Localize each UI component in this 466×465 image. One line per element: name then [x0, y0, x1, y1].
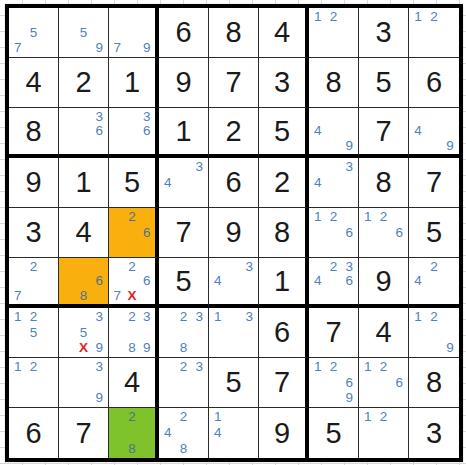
- empty-pencil-slot: [125, 225, 140, 241]
- empty-pencil-slot: [442, 40, 458, 56]
- cell-r8c6[interactable]: 7: [259, 358, 309, 408]
- cell-r2c8[interactable]: 5: [359, 58, 409, 108]
- pencil-mark-3: 3: [91, 309, 107, 325]
- cell-r7c4[interactable]: 238: [159, 308, 209, 358]
- empty-pencil-slot: [76, 109, 92, 124]
- empty-pencil-slot: [360, 375, 376, 391]
- cell-r6c7[interactable]: 2346: [309, 258, 359, 308]
- pencil-mark-1: 1: [310, 209, 326, 225]
- cell-r6c9[interactable]: 24: [409, 258, 459, 308]
- cell-value: 8: [426, 368, 442, 397]
- cell-r7c8[interactable]: 4: [359, 308, 409, 358]
- x-mark: X: [76, 340, 92, 356]
- cell-value: 8: [225, 18, 241, 47]
- pencil-mark-2: 2: [125, 259, 140, 274]
- pencil-mark-7: 7: [10, 288, 26, 303]
- pencil-mark-7: 7: [10, 40, 26, 56]
- cell-r8c9[interactable]: 8: [409, 358, 459, 408]
- empty-pencil-slot: [176, 159, 192, 175]
- empty-pencil-slot: [442, 259, 458, 274]
- cell-r1c6[interactable]: 4: [259, 8, 309, 58]
- empty-pencil-slot: [210, 441, 226, 457]
- empty-pencil-slot: [60, 109, 76, 124]
- empty-pencil-slot: [410, 138, 426, 153]
- empty-pencil-slot: [176, 190, 192, 206]
- empty-pencil-slot: [125, 240, 140, 256]
- cell-r9c3[interactable]: 28: [109, 408, 159, 458]
- empty-pencil-slot: [139, 240, 154, 256]
- pencil-mark-9: 9: [442, 340, 458, 356]
- pencil-marks: 125: [10, 309, 57, 356]
- cell-value: 5: [325, 419, 341, 448]
- pencil-mark-6: 6: [341, 375, 357, 391]
- cell-value: 9: [175, 68, 191, 97]
- empty-pencil-slot: [310, 25, 326, 41]
- cell-r8c8[interactable]: 126: [359, 358, 409, 408]
- pencil-mark-4: 4: [210, 274, 226, 289]
- cell-r1c9[interactable]: 12: [409, 8, 459, 58]
- pencil-mark-5: 5: [76, 325, 92, 341]
- pencil-mark-6: 6: [391, 375, 407, 391]
- empty-pencil-slot: [26, 9, 42, 25]
- pencil-mark-9: 9: [91, 340, 107, 356]
- cell-value: 4: [25, 68, 41, 97]
- empty-pencil-slot: [76, 124, 92, 139]
- cell-r6c8[interactable]: 9: [359, 258, 409, 308]
- pencil-mark-2: 2: [376, 359, 392, 375]
- empty-pencil-slot: [125, 325, 140, 341]
- pencil-marks: 26: [110, 209, 154, 256]
- empty-pencil-slot: [41, 375, 57, 391]
- empty-pencil-slot: [210, 340, 226, 356]
- cell-value: 1: [175, 117, 191, 146]
- cell-value: 7: [325, 318, 341, 347]
- pencil-mark-1: 1: [410, 9, 426, 25]
- cell-r6c1[interactable]: 27: [9, 258, 59, 308]
- empty-pencil-slot: [310, 138, 326, 153]
- pencil-mark-9: 9: [91, 40, 107, 56]
- pencil-mark-6: 6: [341, 225, 357, 241]
- cell-r3c4[interactable]: 1: [159, 108, 209, 158]
- pencil-mark-3: 3: [91, 109, 107, 124]
- pencil-mark-6: 6: [391, 225, 407, 241]
- cell-r3c3[interactable]: 36: [109, 108, 159, 158]
- empty-pencil-slot: [391, 390, 407, 406]
- cell-r1c3[interactable]: 79: [109, 8, 159, 58]
- cell-r1c7[interactable]: 12: [309, 8, 359, 58]
- pencil-mark-5: 5: [26, 325, 42, 341]
- pencil-mark-8: 8: [125, 441, 140, 457]
- pencil-mark-2: 2: [176, 409, 192, 425]
- cell-r8c7[interactable]: 1269: [309, 358, 359, 408]
- pencil-mark-2: 2: [426, 9, 442, 25]
- cell-r6c5[interactable]: 34: [209, 258, 259, 308]
- cell-r9c8[interactable]: 12: [359, 408, 409, 458]
- cell-r4c6[interactable]: 2: [259, 158, 309, 208]
- empty-pencil-slot: [191, 190, 207, 206]
- empty-pencil-slot: [76, 309, 92, 325]
- empty-pencil-slot: [10, 9, 26, 25]
- cell-value: 5: [175, 267, 191, 296]
- pencil-mark-1: 1: [360, 409, 376, 425]
- pencil-mark-9: 9: [91, 390, 107, 406]
- empty-pencil-slot: [110, 309, 125, 325]
- empty-pencil-slot: [110, 409, 125, 425]
- pencil-mark-1: 1: [410, 309, 426, 325]
- empty-pencil-slot: [310, 288, 326, 303]
- empty-pencil-slot: [91, 9, 107, 25]
- cell-value: 7: [375, 117, 391, 146]
- pencil-marks: 49: [310, 109, 357, 153]
- empty-pencil-slot: [41, 309, 57, 325]
- cell-r2c7[interactable]: 8: [309, 58, 359, 108]
- empty-pencil-slot: [76, 9, 92, 25]
- cell-r5c1[interactable]: 3: [9, 208, 59, 258]
- cell-r4c7[interactable]: 34: [309, 158, 359, 208]
- pencil-marks: 27: [10, 259, 57, 303]
- pencil-mark-1: 1: [10, 309, 26, 325]
- empty-pencil-slot: [360, 425, 376, 441]
- cell-r3c7[interactable]: 49: [309, 108, 359, 158]
- cell-value: 7: [175, 218, 191, 247]
- pencil-mark-5: 5: [26, 25, 42, 41]
- empty-pencil-slot: [26, 40, 42, 56]
- cell-r5c7[interactable]: 126: [309, 208, 359, 258]
- empty-pencil-slot: [139, 9, 154, 25]
- pencil-mark-8: 8: [76, 288, 92, 303]
- cell-r3c1[interactable]: 8: [9, 108, 59, 158]
- cell-r4c4[interactable]: 34: [159, 158, 209, 208]
- pencil-mark-4: 4: [410, 124, 426, 139]
- cell-r1c8[interactable]: 3: [359, 8, 409, 58]
- empty-pencil-slot: [442, 325, 458, 341]
- empty-pencil-slot: [442, 274, 458, 289]
- empty-pencil-slot: [426, 274, 442, 289]
- cell-r4c3[interactable]: 5: [109, 158, 159, 208]
- empty-pencil-slot: [60, 309, 76, 325]
- cell-r3c2[interactable]: 36: [59, 108, 109, 158]
- pencil-mark-2: 2: [125, 309, 140, 325]
- empty-pencil-slot: [310, 109, 326, 124]
- cell-value: 4: [274, 18, 290, 47]
- empty-pencil-slot: [139, 138, 154, 153]
- cell-r2c1[interactable]: 4: [9, 58, 59, 108]
- empty-pencil-slot: [176, 175, 192, 191]
- pencil-marks: 34: [210, 259, 257, 303]
- cell-r9c9[interactable]: 3: [409, 408, 459, 458]
- pencil-marks: 36: [110, 109, 154, 153]
- empty-pencil-slot: [191, 175, 207, 191]
- empty-pencil-slot: [60, 288, 76, 303]
- cell-value: 1: [75, 168, 91, 197]
- empty-pencil-slot: [226, 274, 242, 289]
- pencil-mark-2: 2: [125, 209, 140, 225]
- empty-pencil-slot: [410, 40, 426, 56]
- cell-r6c3[interactable]: 267X: [109, 258, 159, 308]
- cell-r8c1[interactable]: 12: [9, 358, 59, 408]
- empty-pencil-slot: [60, 274, 76, 289]
- pencil-mark-2: 2: [326, 9, 342, 25]
- empty-pencil-slot: [60, 124, 76, 139]
- cell-value: 7: [426, 168, 442, 197]
- cell-r2c4[interactable]: 9: [159, 58, 209, 108]
- pencil-mark-4: 4: [310, 175, 326, 191]
- empty-pencil-slot: [442, 124, 458, 139]
- empty-pencil-slot: [376, 375, 392, 391]
- cell-value: 6: [25, 419, 41, 448]
- empty-pencil-slot: [326, 175, 342, 191]
- pencil-mark-1: 1: [360, 359, 376, 375]
- pencil-mark-4: 4: [410, 274, 426, 289]
- sudoku-grid: 5759796841231242197385683636125497499153…: [9, 8, 459, 458]
- pencil-mark-6: 6: [139, 274, 154, 289]
- empty-pencil-slot: [139, 441, 154, 457]
- empty-pencil-slot: [391, 409, 407, 425]
- empty-pencil-slot: [442, 109, 458, 124]
- pencil-mark-9: 9: [341, 138, 357, 153]
- pencil-marks: 12: [10, 359, 57, 406]
- cell-r8c4[interactable]: 23: [159, 358, 209, 408]
- cell-value: 5: [124, 168, 140, 197]
- empty-pencil-slot: [160, 409, 176, 425]
- pencil-marks: 68: [60, 259, 107, 303]
- cell-r7c7[interactable]: 7: [309, 308, 359, 358]
- empty-pencil-slot: [110, 340, 125, 356]
- pencil-mark-2: 2: [326, 259, 342, 274]
- empty-pencil-slot: [241, 325, 257, 341]
- pencil-mark-9: 9: [442, 138, 458, 153]
- empty-pencil-slot: [376, 225, 392, 241]
- pencil-mark-2: 2: [176, 309, 192, 325]
- pencil-mark-4: 4: [310, 274, 326, 289]
- empty-pencil-slot: [139, 288, 154, 303]
- cell-r6c6[interactable]: 1: [259, 258, 309, 308]
- empty-pencil-slot: [376, 441, 392, 457]
- empty-pencil-slot: [91, 138, 107, 153]
- cell-r9c6[interactable]: 9: [259, 408, 309, 458]
- cell-r3c5[interactable]: 2: [209, 108, 259, 158]
- pencil-marks: 129: [410, 309, 458, 356]
- cell-r5c2[interactable]: 4: [59, 208, 109, 258]
- cell-r4c2[interactable]: 1: [59, 158, 109, 208]
- cell-value: 2: [225, 117, 241, 146]
- cell-r1c4[interactable]: 6: [159, 8, 209, 58]
- empty-pencil-slot: [326, 225, 342, 241]
- cell-r2c3[interactable]: 1: [109, 58, 159, 108]
- cell-r9c4[interactable]: 248: [159, 408, 209, 458]
- cell-value: 9: [225, 218, 241, 247]
- cell-r1c1[interactable]: 57: [9, 8, 59, 58]
- pencil-marks: 34: [160, 159, 207, 206]
- empty-pencil-slot: [125, 138, 140, 153]
- empty-pencil-slot: [41, 259, 57, 274]
- empty-pencil-slot: [60, 138, 76, 153]
- empty-pencil-slot: [110, 124, 125, 139]
- empty-pencil-slot: [91, 325, 107, 341]
- empty-pencil-slot: [226, 340, 242, 356]
- pencil-mark-3: 3: [191, 159, 207, 175]
- empty-pencil-slot: [226, 425, 242, 441]
- pencil-marks: 2389: [110, 309, 154, 356]
- pencil-mark-2: 2: [376, 409, 392, 425]
- empty-pencil-slot: [226, 309, 242, 325]
- cell-r5c3[interactable]: 26: [109, 208, 159, 258]
- cell-r8c5[interactable]: 5: [209, 358, 259, 408]
- empty-pencil-slot: [41, 9, 57, 25]
- empty-pencil-slot: [310, 159, 326, 175]
- empty-pencil-slot: [26, 288, 42, 303]
- empty-pencil-slot: [10, 274, 26, 289]
- cell-value: 3: [426, 419, 442, 448]
- pencil-marks: 36: [60, 109, 107, 153]
- cell-r9c1[interactable]: 6: [9, 408, 59, 458]
- empty-pencil-slot: [60, 359, 76, 375]
- empty-pencil-slot: [326, 240, 342, 256]
- empty-pencil-slot: [10, 25, 26, 41]
- empty-pencil-slot: [60, 375, 76, 391]
- cell-r2c5[interactable]: 7: [209, 58, 259, 108]
- pencil-mark-8: 8: [125, 340, 140, 356]
- empty-pencil-slot: [125, 124, 140, 139]
- cell-r7c2[interactable]: 35X9: [59, 308, 109, 358]
- empty-pencil-slot: [125, 40, 140, 56]
- pencil-marks: 49: [410, 109, 458, 153]
- empty-pencil-slot: [391, 441, 407, 457]
- empty-pencil-slot: [26, 375, 42, 391]
- cell-value: 6: [225, 168, 241, 197]
- pencil-marks: 34: [310, 159, 357, 206]
- empty-pencil-slot: [410, 288, 426, 303]
- pencil-mark-2: 2: [426, 309, 442, 325]
- cell-r9c2[interactable]: 7: [59, 408, 109, 458]
- empty-pencil-slot: [360, 225, 376, 241]
- cell-r5c6[interactable]: 8: [259, 208, 309, 258]
- pencil-mark-9: 9: [341, 390, 357, 406]
- empty-pencil-slot: [360, 390, 376, 406]
- empty-pencil-slot: [341, 288, 357, 303]
- cell-r7c3[interactable]: 2389: [109, 308, 159, 358]
- cell-r2c6[interactable]: 3: [259, 58, 309, 108]
- empty-pencil-slot: [341, 190, 357, 206]
- cell-r9c7[interactable]: 5: [309, 408, 359, 458]
- cell-r7c5[interactable]: 13: [209, 308, 259, 358]
- empty-pencil-slot: [442, 288, 458, 303]
- pencil-marks: 267X: [110, 259, 154, 303]
- pencil-mark-1: 1: [310, 9, 326, 25]
- empty-pencil-slot: [410, 109, 426, 124]
- cell-r7c9[interactable]: 129: [409, 308, 459, 358]
- cell-r5c5[interactable]: 9: [209, 208, 259, 258]
- pencil-mark-6: 6: [139, 225, 154, 241]
- empty-pencil-slot: [191, 390, 207, 406]
- cell-r1c5[interactable]: 8: [209, 8, 259, 58]
- pencil-mark-2: 2: [426, 259, 442, 274]
- cell-r6c4[interactable]: 5: [159, 258, 209, 308]
- empty-pencil-slot: [391, 359, 407, 375]
- cell-r4c5[interactable]: 6: [209, 158, 259, 208]
- empty-pencil-slot: [442, 309, 458, 325]
- empty-pencil-slot: [341, 359, 357, 375]
- cell-r8c2[interactable]: 39: [59, 358, 109, 408]
- empty-pencil-slot: [60, 40, 76, 56]
- cell-r6c2[interactable]: 68: [59, 258, 109, 308]
- cell-r9c5[interactable]: 14: [209, 408, 259, 458]
- empty-pencil-slot: [76, 259, 92, 274]
- pencil-mark-4: 4: [210, 425, 226, 441]
- cell-r4c1[interactable]: 9: [9, 158, 59, 208]
- cell-r3c8[interactable]: 7: [359, 108, 409, 158]
- pencil-marks: 24: [410, 259, 458, 303]
- empty-pencil-slot: [139, 409, 154, 425]
- empty-pencil-slot: [41, 25, 57, 41]
- pencil-mark-1: 1: [10, 359, 26, 375]
- empty-pencil-slot: [160, 309, 176, 325]
- cell-r4c8[interactable]: 8: [359, 158, 409, 208]
- empty-pencil-slot: [341, 25, 357, 41]
- cell-value: 7: [274, 368, 290, 397]
- pencil-mark-3: 3: [241, 309, 257, 325]
- pencil-mark-2: 2: [326, 209, 342, 225]
- cell-r5c9[interactable]: 5: [409, 208, 459, 258]
- empty-pencil-slot: [391, 209, 407, 225]
- empty-pencil-slot: [376, 240, 392, 256]
- cell-r7c6[interactable]: 6: [259, 308, 309, 358]
- empty-pencil-slot: [125, 109, 140, 124]
- cell-r5c4[interactable]: 7: [159, 208, 209, 258]
- pencil-mark-7: 7: [110, 288, 125, 303]
- empty-pencil-slot: [326, 25, 342, 41]
- pencil-mark-2: 2: [326, 359, 342, 375]
- cell-r3c9[interactable]: 49: [409, 108, 459, 158]
- empty-pencil-slot: [41, 288, 57, 303]
- cell-r3c6[interactable]: 5: [259, 108, 309, 158]
- empty-pencil-slot: [41, 340, 57, 356]
- empty-pencil-slot: [41, 390, 57, 406]
- empty-pencil-slot: [76, 375, 92, 391]
- empty-pencil-slot: [310, 390, 326, 406]
- empty-pencil-slot: [176, 390, 192, 406]
- empty-pencil-slot: [376, 390, 392, 406]
- empty-pencil-slot: [341, 40, 357, 56]
- cell-r5c8[interactable]: 126: [359, 208, 409, 258]
- cell-r7c1[interactable]: 125: [9, 308, 59, 358]
- cell-r1c2[interactable]: 59: [59, 8, 109, 58]
- cell-value: 7: [225, 68, 241, 97]
- cell-r2c2[interactable]: 2: [59, 58, 109, 108]
- empty-pencil-slot: [125, 25, 140, 41]
- empty-pencil-slot: [426, 25, 442, 41]
- pencil-mark-8: 8: [176, 340, 192, 356]
- empty-pencil-slot: [241, 409, 257, 425]
- pencil-marks: 238: [160, 309, 207, 356]
- pencil-mark-3: 3: [341, 259, 357, 274]
- cell-r4c9[interactable]: 7: [409, 158, 459, 208]
- empty-pencil-slot: [110, 25, 125, 41]
- cell-r2c9[interactable]: 6: [409, 58, 459, 108]
- empty-pencil-slot: [60, 325, 76, 341]
- pencil-mark-2: 2: [376, 209, 392, 225]
- pencil-marks: 126: [360, 209, 407, 256]
- pencil-mark-9: 9: [139, 340, 154, 356]
- empty-pencil-slot: [160, 390, 176, 406]
- empty-pencil-slot: [426, 138, 442, 153]
- empty-pencil-slot: [226, 409, 242, 425]
- empty-pencil-slot: [160, 340, 176, 356]
- empty-pencil-slot: [341, 124, 357, 139]
- cell-r8c3[interactable]: 4: [109, 358, 159, 408]
- empty-pencil-slot: [191, 340, 207, 356]
- empty-pencil-slot: [110, 259, 125, 274]
